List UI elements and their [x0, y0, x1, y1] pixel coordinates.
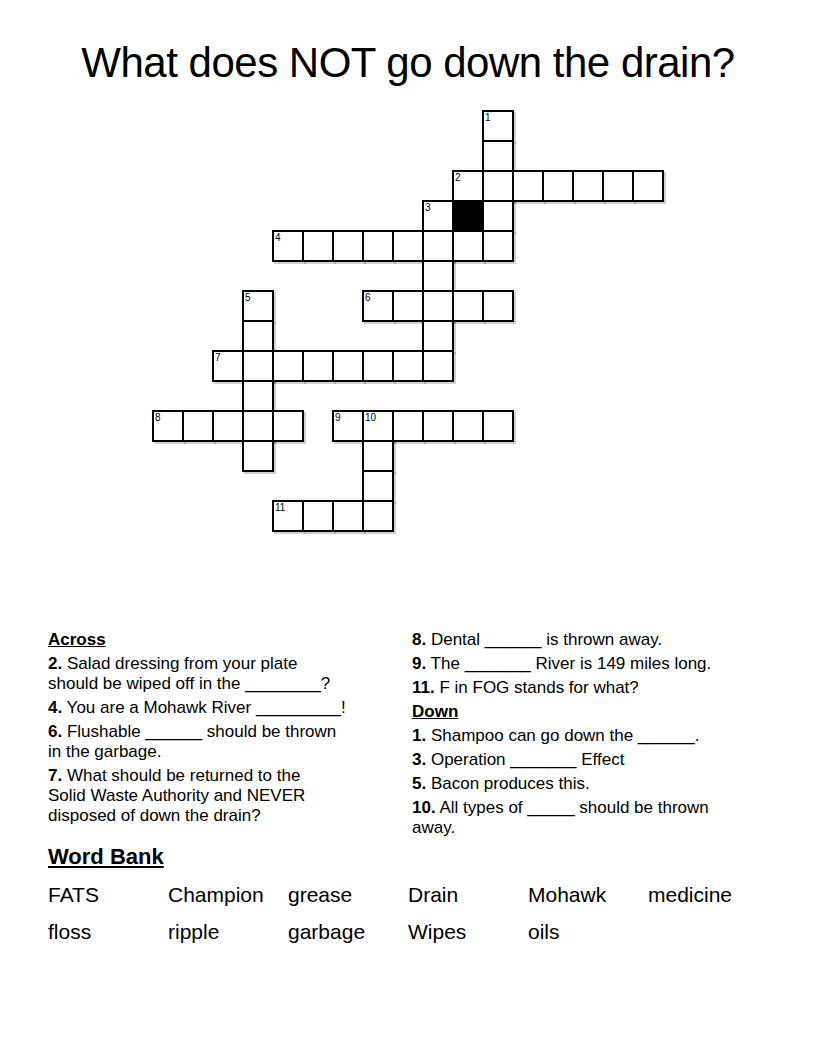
clue-number-9: 9	[335, 412, 341, 423]
clue-number-label: 10.	[412, 798, 436, 817]
clue-down-10: 10. All types of _____ should be thrown …	[412, 798, 794, 838]
grid-cell-r10c8[interactable]	[392, 410, 424, 442]
across-clue-list: 2. Salad dressing from your plate should…	[48, 654, 408, 826]
clue-number-label: 4.	[48, 698, 62, 717]
grid-cell-r3c9[interactable]: 3	[422, 200, 454, 232]
word-bank-word-champion: Champion	[168, 882, 288, 907]
across-heading: Across	[48, 630, 408, 650]
grid-cell-r8c4[interactable]	[272, 350, 304, 382]
clue-across-7: 7. What should be returned to the Solid …	[48, 766, 408, 826]
grid-cell-r2c12[interactable]	[512, 170, 544, 202]
grid-cell-r6c11[interactable]	[482, 290, 514, 322]
puzzle-title: What does NOT go down the drain?	[0, 38, 816, 88]
crossword-grid: 1234567891011	[152, 110, 666, 534]
clue-number-5: 5	[245, 292, 251, 303]
clue-number-label: 3.	[412, 750, 426, 769]
grid-cell-r11c3[interactable]	[242, 440, 274, 472]
clue-number-label: 8.	[412, 630, 426, 649]
clue-across-2: 2. Salad dressing from your plate should…	[48, 654, 408, 694]
grid-cell-r2c15[interactable]	[602, 170, 634, 202]
clue-number-8: 8	[155, 412, 161, 423]
clue-across-9: 9. The _______ River is 149 miles long.	[412, 654, 794, 674]
grid-cell-r6c10[interactable]	[452, 290, 484, 322]
clue-number-label: 9.	[412, 654, 426, 673]
grid-cell-r10c2[interactable]	[212, 410, 244, 442]
clues-column-right: 8. Dental ______ is thrown away.9. The _…	[412, 630, 794, 842]
grid-cell-r6c9[interactable]	[422, 290, 454, 322]
grid-cell-r4c5[interactable]	[302, 230, 334, 262]
grid-cell-r11c7[interactable]	[362, 440, 394, 472]
grid-cell-r4c7[interactable]	[362, 230, 394, 262]
clue-down-5: 5. Bacon produces this.	[412, 774, 794, 794]
clue-number-label: 6.	[48, 722, 62, 741]
clues-column-left: Across 2. Salad dressing from your plate…	[48, 630, 408, 830]
clue-number-6: 6	[365, 292, 371, 303]
grid-cell-r8c9[interactable]	[422, 350, 454, 382]
word-bank-word-oils: oils	[528, 919, 648, 944]
clue-number-3: 3	[425, 202, 431, 213]
grid-cell-r10c4[interactable]	[272, 410, 304, 442]
grid-cell-r10c1[interactable]	[182, 410, 214, 442]
clue-number-label: 5.	[412, 774, 426, 793]
grid-cell-r7c9[interactable]	[422, 320, 454, 352]
grid-cell-r4c8[interactable]	[392, 230, 424, 262]
word-bank-word-fats: FATS	[48, 882, 168, 907]
grid-cell-r8c5[interactable]	[302, 350, 334, 382]
grid-cell-r10c9[interactable]	[422, 410, 454, 442]
word-bank-word-floss: floss	[48, 919, 168, 944]
clue-number-label: 1.	[412, 726, 426, 745]
clue-number-1: 1	[485, 112, 491, 123]
clue-number-label: 11.	[412, 678, 435, 697]
clue-text: F in FOG stands for what?	[439, 678, 638, 697]
clue-across-4: 4. You are a Mohawk River _________!	[48, 698, 408, 718]
grid-cell-r2c13[interactable]	[542, 170, 574, 202]
across-clue-list-continued: 8. Dental ______ is thrown away.9. The _…	[412, 630, 794, 698]
grid-cell-r8c3[interactable]	[242, 350, 274, 382]
grid-cell-r2c14[interactable]	[572, 170, 604, 202]
clue-number-7: 7	[215, 352, 221, 363]
grid-cell-r10c6[interactable]: 9	[332, 410, 364, 442]
grid-cell-r6c8[interactable]	[392, 290, 424, 322]
grid-cell-r2c11[interactable]	[482, 170, 514, 202]
clue-number-11: 11	[275, 502, 285, 513]
clue-number-4: 4	[275, 232, 281, 243]
word-bank-word-wipes: Wipes	[408, 919, 528, 944]
grid-cell-r13c6[interactable]	[332, 500, 364, 532]
clue-number-label: 7.	[48, 766, 62, 785]
grid-cell-r4c6[interactable]	[332, 230, 364, 262]
grid-cell-r13c7[interactable]	[362, 500, 394, 532]
word-bank-word-medicine: medicine	[648, 882, 768, 907]
word-bank-heading: Word Bank	[48, 843, 788, 870]
grid-cell-r9c3[interactable]	[242, 380, 274, 412]
clue-across-8: 8. Dental ______ is thrown away.	[412, 630, 794, 650]
grid-cell-r13c4[interactable]: 11	[272, 500, 304, 532]
grid-cell-r10c11[interactable]	[482, 410, 514, 442]
grid-cell-r12c7[interactable]	[362, 470, 394, 502]
word-bank-word-mohawk: Mohawk	[528, 882, 648, 907]
clue-across-11: 11. F in FOG stands for what?	[412, 678, 794, 698]
word-bank-word-ripple: ripple	[168, 919, 288, 944]
clue-down-1: 1. Shampoo can go down the ______.	[412, 726, 794, 746]
clue-text: All types of _____ should be thrown away…	[412, 798, 709, 837]
grid-cell-r8c6[interactable]	[332, 350, 364, 382]
blocked-cell-r3c10	[452, 200, 484, 232]
word-bank-word-drain: Drain	[408, 882, 528, 907]
clue-text: What should be returned to the Solid Was…	[48, 766, 305, 825]
word-bank-section: Word Bank FATSChampiongreaseDrainMohawkm…	[48, 843, 788, 944]
clue-number-10: 10	[365, 412, 376, 423]
clue-text: Operation _______ Effect	[431, 750, 624, 769]
down-clue-list: 1. Shampoo can go down the ______.3. Ope…	[412, 726, 794, 838]
grid-cell-r4c4[interactable]: 4	[272, 230, 304, 262]
grid-cell-r2c16[interactable]	[632, 170, 664, 202]
clue-text: Flushable ______ should be thrown in the…	[48, 722, 336, 761]
clue-text: The _______ River is 149 miles long.	[431, 654, 712, 673]
clue-text: Shampoo can go down the ______.	[431, 726, 699, 745]
grid-cell-r4c10[interactable]	[452, 230, 484, 262]
grid-cell-r10c0[interactable]: 8	[152, 410, 184, 442]
grid-cell-r10c7[interactable]: 10	[362, 410, 394, 442]
grid-cell-r4c11[interactable]	[482, 230, 514, 262]
grid-cell-r8c2[interactable]: 7	[212, 350, 244, 382]
grid-cell-r6c3[interactable]: 5	[242, 290, 274, 322]
grid-cell-r10c3[interactable]	[242, 410, 274, 442]
clue-number-2: 2	[455, 172, 461, 183]
word-bank-words: FATSChampiongreaseDrainMohawkmedicineflo…	[48, 882, 788, 944]
grid-cell-r7c3[interactable]	[242, 320, 274, 352]
grid-cell-r5c9[interactable]	[422, 260, 454, 292]
grid-cell-r4c9[interactable]	[422, 230, 454, 262]
grid-cell-r6c7[interactable]: 6	[362, 290, 394, 322]
grid-cell-r3c11[interactable]	[482, 200, 514, 232]
word-bank-word-grease: grease	[288, 882, 408, 907]
word-bank-word-garbage: garbage	[288, 919, 408, 944]
grid-cell-r10c10[interactable]	[452, 410, 484, 442]
grid-cell-r2c10[interactable]: 2	[452, 170, 484, 202]
grid-cell-r0c11[interactable]: 1	[482, 110, 514, 142]
clue-text: You are a Mohawk River _________!	[67, 698, 346, 717]
grid-cell-r1c11[interactable]	[482, 140, 514, 172]
clue-text: Salad dressing from your plate should be…	[48, 654, 330, 693]
clue-across-6: 6. Flushable ______ should be thrown in …	[48, 722, 408, 762]
grid-cell-r13c5[interactable]	[302, 500, 334, 532]
down-heading: Down	[412, 702, 794, 722]
grid-cell-r8c8[interactable]	[392, 350, 424, 382]
clue-text: Dental ______ is thrown away.	[431, 630, 662, 649]
clue-number-label: 2.	[48, 654, 62, 673]
grid-cell-r8c7[interactable]	[362, 350, 394, 382]
clue-down-3: 3. Operation _______ Effect	[412, 750, 794, 770]
clue-text: Bacon produces this.	[431, 774, 590, 793]
